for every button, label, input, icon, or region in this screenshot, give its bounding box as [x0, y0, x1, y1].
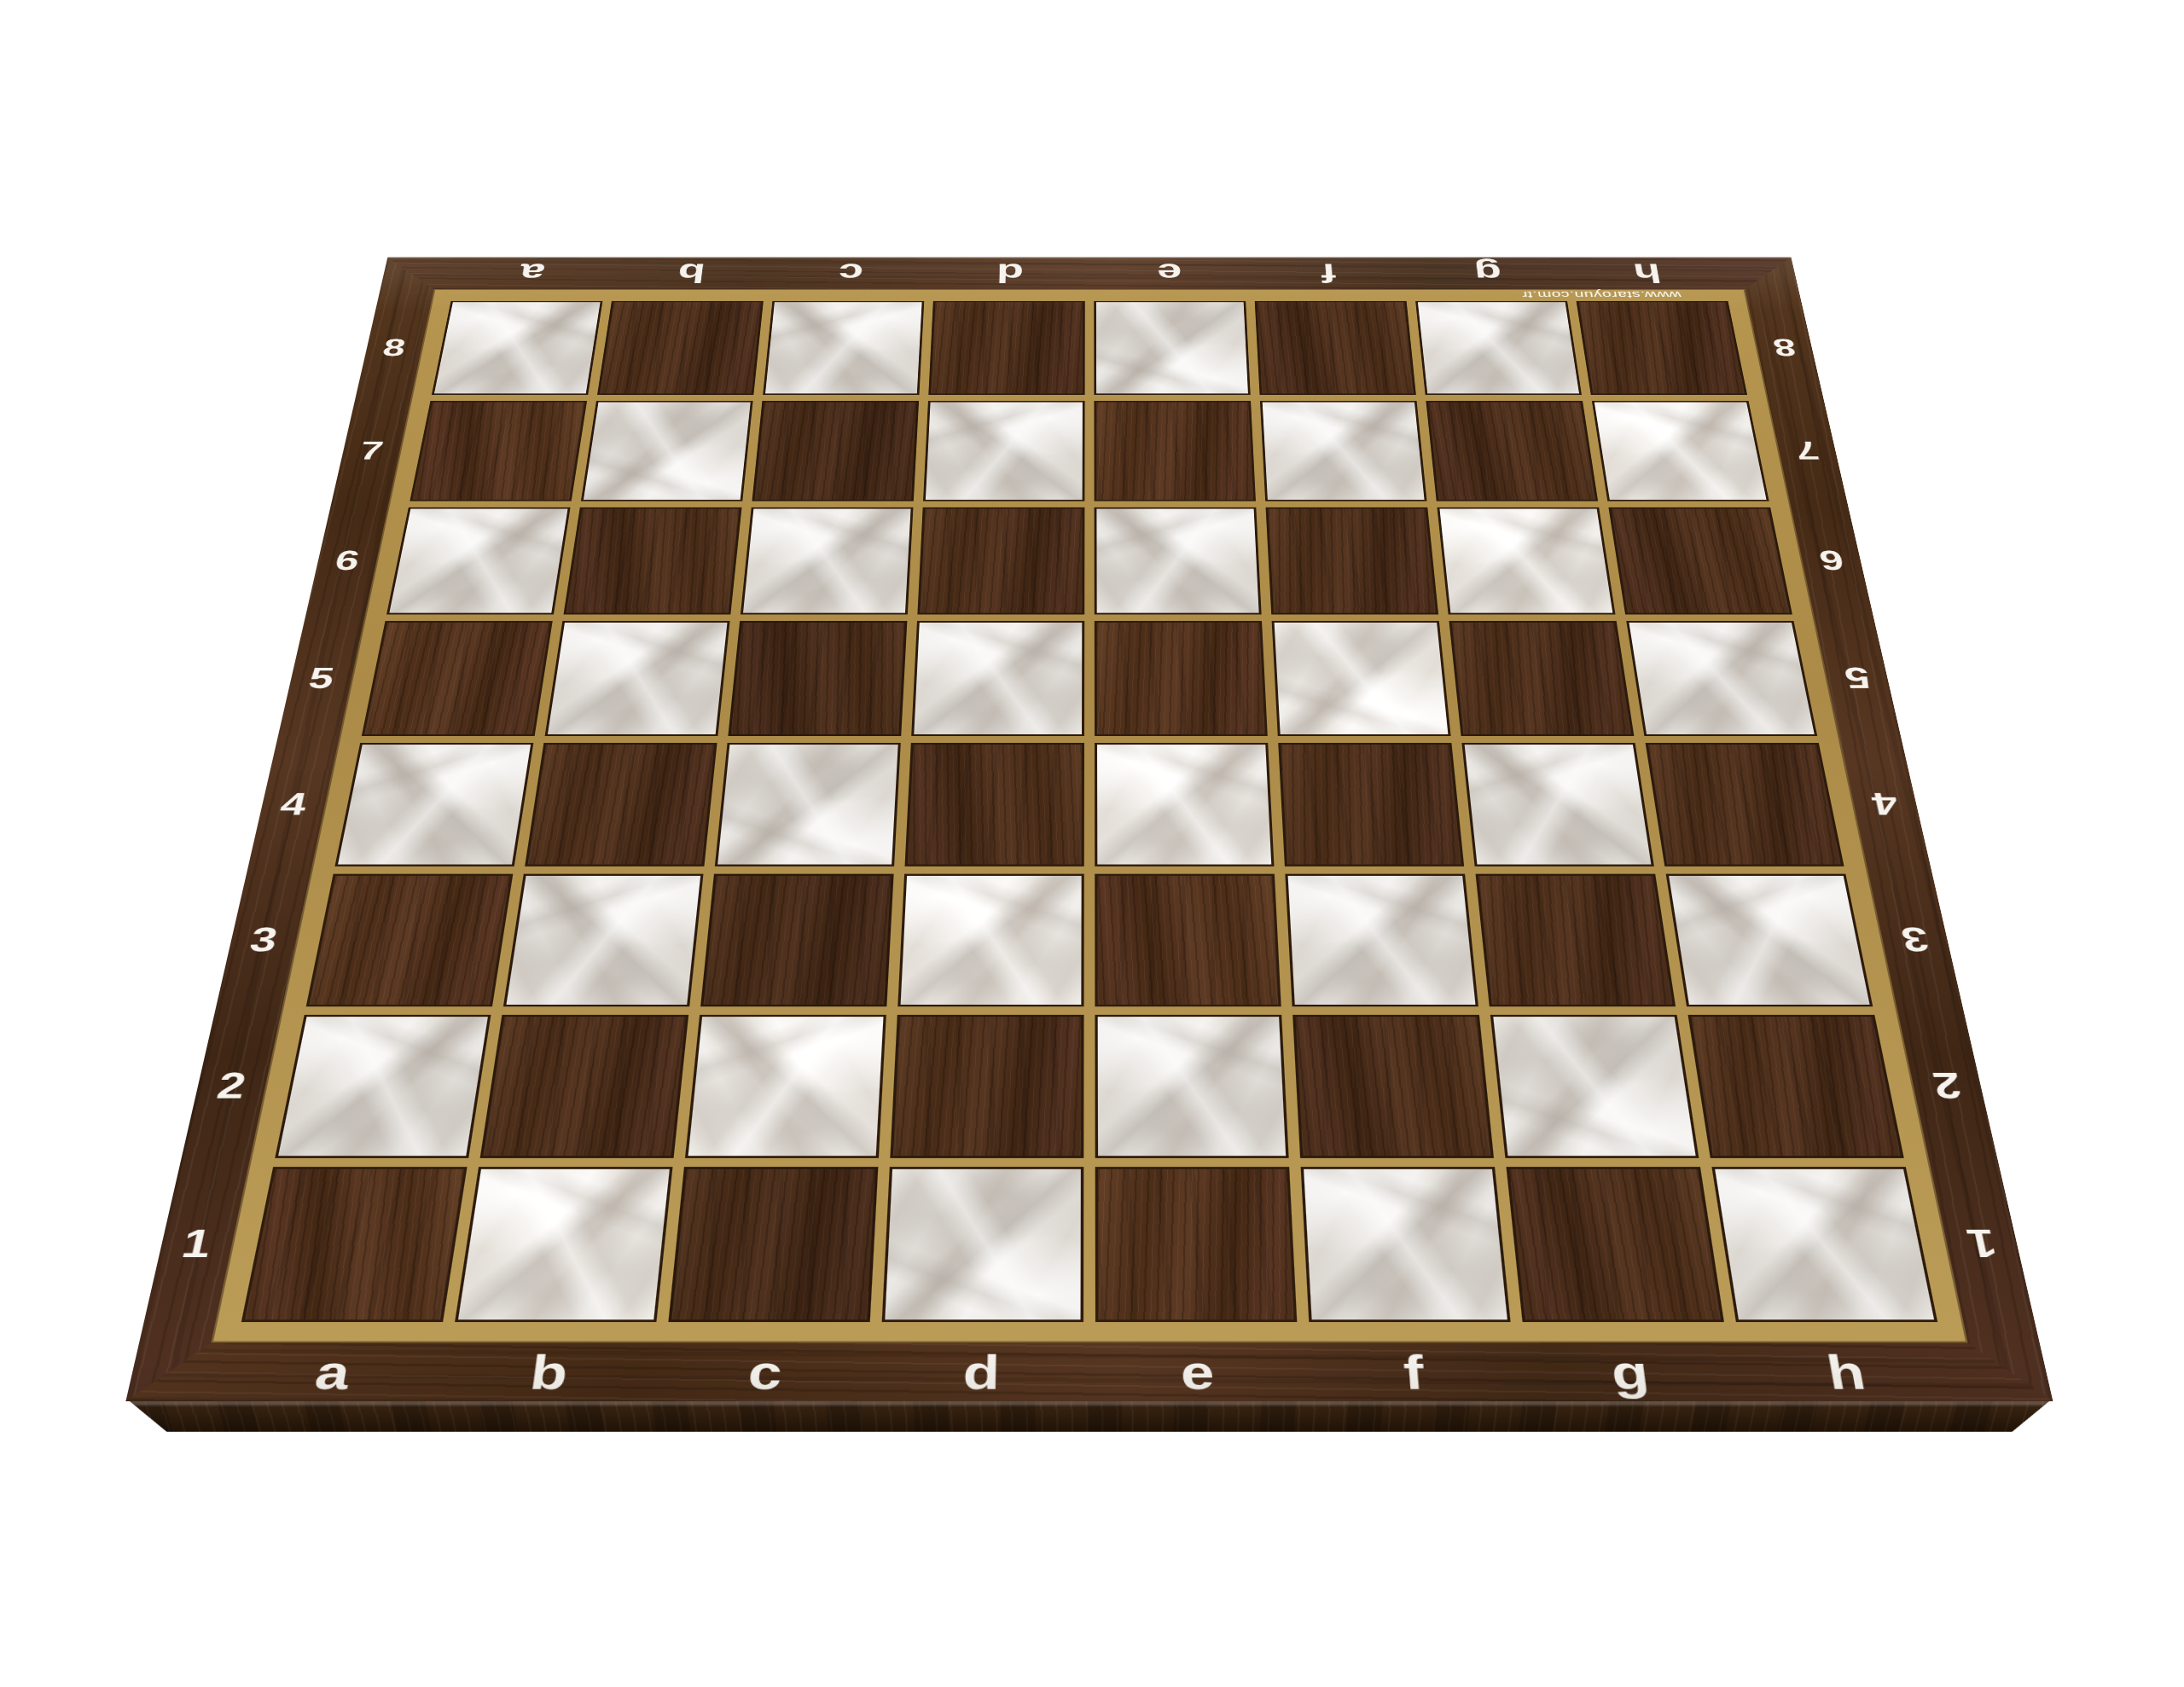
board-frame-bottom	[125, 1342, 2053, 1401]
square-c6	[741, 507, 914, 615]
square-d5	[911, 621, 1084, 736]
square-c4	[715, 743, 901, 867]
square-e3	[1095, 874, 1281, 1007]
file-label-g-top: g	[1485, 258, 1490, 289]
square-f7	[1260, 401, 1427, 501]
square-g2	[1490, 1015, 1699, 1158]
square-a4	[334, 743, 533, 867]
square-g7	[1426, 401, 1598, 501]
square-a1	[241, 1167, 468, 1322]
file-label-a-bottom: a	[328, 1342, 338, 1401]
square-g8	[1415, 301, 1582, 395]
square-e2	[1095, 1015, 1288, 1158]
file-label-c-bottom: c	[763, 1342, 767, 1401]
file-label-e-bottom: e	[1197, 1342, 1199, 1401]
square-h1	[1711, 1167, 1937, 1322]
square-b4	[525, 743, 717, 867]
board-top-face: www.staroyun.com.tr aabbccddeeffgghh8877…	[125, 258, 2053, 1401]
file-label-e-top: e	[1169, 258, 1170, 289]
square-h4	[1646, 743, 1844, 867]
square-a8	[432, 301, 603, 395]
square-g4	[1461, 743, 1653, 867]
brand-url: www.staroyun.com.tr	[1600, 289, 1602, 301]
square-d3	[897, 874, 1084, 1007]
square-g1	[1507, 1167, 1724, 1322]
square-e7	[1094, 401, 1256, 501]
square-f2	[1292, 1015, 1494, 1158]
square-g3	[1476, 874, 1676, 1007]
square-d1	[882, 1167, 1084, 1322]
square-h6	[1608, 507, 1792, 615]
file-label-a-top: a	[529, 258, 535, 289]
product-photo: www.staroyun.com.tr aabbccddeeffgghh8877…	[0, 0, 2184, 1687]
square-e5	[1095, 621, 1268, 736]
file-label-c-top: c	[849, 258, 851, 289]
square-e4	[1095, 743, 1274, 867]
square-d2	[890, 1015, 1083, 1158]
square-b3	[503, 874, 704, 1007]
square-a7	[409, 401, 587, 501]
square-f3	[1285, 874, 1478, 1007]
square-c2	[685, 1015, 886, 1158]
square-b7	[581, 401, 753, 501]
square-b1	[455, 1167, 672, 1322]
square-b2	[480, 1015, 689, 1158]
file-label-h-bottom: h	[1840, 1342, 1850, 1401]
square-f1	[1301, 1167, 1511, 1322]
square-e1	[1095, 1167, 1298, 1322]
file-label-h-top: h	[1644, 258, 1650, 289]
square-b8	[597, 301, 764, 395]
file-label-g-bottom: g	[1626, 1342, 1634, 1401]
square-d4	[905, 743, 1084, 867]
file-label-f-top: f	[1327, 258, 1330, 289]
square-h2	[1688, 1015, 1904, 1158]
square-a6	[386, 507, 571, 615]
square-c5	[728, 621, 907, 736]
square-g6	[1437, 507, 1615, 615]
board-grid	[241, 301, 1937, 1322]
square-d6	[917, 507, 1084, 615]
square-b6	[563, 507, 741, 615]
square-h8	[1577, 301, 1748, 395]
chess-board: www.staroyun.com.tr aabbccddeeffgghh8877…	[125, 258, 2053, 1401]
board-front-edge	[130, 1401, 2049, 1432]
square-a5	[362, 621, 553, 736]
file-label-d-bottom: d	[980, 1342, 982, 1401]
square-h3	[1666, 874, 1873, 1007]
square-f4	[1278, 743, 1464, 867]
square-c7	[752, 401, 919, 501]
square-a3	[306, 874, 514, 1007]
square-a2	[275, 1015, 491, 1158]
file-label-b-top: b	[689, 258, 694, 289]
square-h5	[1626, 621, 1817, 736]
square-f8	[1255, 301, 1416, 395]
square-f5	[1272, 621, 1451, 736]
file-label-f-bottom: f	[1411, 1342, 1415, 1401]
square-c1	[668, 1167, 878, 1322]
square-b5	[545, 621, 730, 736]
square-g5	[1449, 621, 1634, 736]
square-h7	[1592, 401, 1769, 501]
file-label-d-top: d	[1009, 258, 1010, 289]
square-c8	[763, 301, 924, 395]
square-d7	[923, 401, 1085, 501]
board-gold-border	[211, 289, 1967, 1342]
square-e8	[1094, 301, 1250, 395]
board-scene: www.staroyun.com.tr aabbccddeeffgghh8877…	[277, 0, 1902, 1551]
file-label-b-bottom: b	[545, 1342, 553, 1401]
square-f6	[1266, 507, 1439, 615]
square-d8	[928, 301, 1084, 395]
square-c3	[700, 874, 894, 1007]
square-e6	[1095, 507, 1262, 615]
board-frame-top	[380, 258, 1798, 289]
